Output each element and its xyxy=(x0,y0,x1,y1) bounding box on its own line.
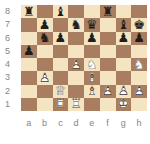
piece-white-rook: ♜♖ xyxy=(53,98,69,111)
file-label-d: d xyxy=(68,116,84,130)
piece-black-pawn: ♟ xyxy=(116,32,132,45)
piece-black-rook: ♜ xyxy=(21,5,37,18)
square-f4[interactable] xyxy=(100,58,116,71)
piece-white-rook: ♜♖ xyxy=(68,98,84,111)
square-g1[interactable]: ♚♔ xyxy=(116,98,132,111)
square-d1[interactable]: ♜♖ xyxy=(68,98,84,111)
square-g6[interactable]: ♟ xyxy=(116,32,132,45)
rank-label-1: 1 xyxy=(0,98,15,111)
square-d6[interactable] xyxy=(68,32,84,45)
piece-black-bishop: ♝ xyxy=(53,5,69,18)
square-g4[interactable] xyxy=(116,58,132,71)
square-a7[interactable] xyxy=(21,18,37,31)
rank-label-7: 7 xyxy=(0,18,15,31)
square-c6[interactable]: ♟ xyxy=(53,32,69,45)
chess-diagram: 87654321 ♜♝♜♟♞♛♝♚♞♟♟♟♟♟♟♙♞♘♞♘♟♙♝♗♛♕♝♗♟♙♟… xyxy=(0,0,150,144)
square-f6[interactable] xyxy=(100,32,116,45)
square-h6[interactable]: ♟ xyxy=(131,32,147,45)
chess-board[interactable]: ♜♝♜♟♞♛♝♚♞♟♟♟♟♟♟♙♞♘♞♘♟♙♝♗♛♕♝♗♟♙♟♙♟♙♜♖♜♖♚♔ xyxy=(21,5,147,111)
square-d4[interactable]: ♟♙ xyxy=(68,58,84,71)
file-labels: abcdefgh xyxy=(21,116,147,130)
square-a8[interactable]: ♜ xyxy=(21,5,37,18)
piece-black-knight: ♞ xyxy=(37,32,53,45)
square-d7[interactable]: ♞ xyxy=(68,18,84,31)
square-a2[interactable] xyxy=(21,85,37,98)
square-c5[interactable] xyxy=(53,45,69,58)
piece-white-bishop: ♝♗ xyxy=(84,85,100,98)
piece-white-knight: ♞♘ xyxy=(131,58,147,71)
square-h4[interactable]: ♞♘ xyxy=(131,58,147,71)
rank-labels: 87654321 xyxy=(0,5,15,111)
square-h1[interactable] xyxy=(131,98,147,111)
square-a5[interactable]: ♟ xyxy=(21,45,37,58)
square-d3[interactable] xyxy=(68,71,84,84)
piece-white-pawn: ♟♙ xyxy=(100,85,116,98)
piece-black-pawn: ♟ xyxy=(21,45,37,58)
rank-label-3: 3 xyxy=(0,71,15,84)
square-h2[interactable]: ♟♙ xyxy=(131,85,147,98)
square-a4[interactable] xyxy=(21,58,37,71)
file-label-h: h xyxy=(131,116,147,130)
square-a1[interactable] xyxy=(21,98,37,111)
square-b3[interactable]: ♟♙ xyxy=(37,71,53,84)
piece-white-king: ♚♔ xyxy=(116,98,132,111)
file-label-f: f xyxy=(100,116,116,130)
square-g5[interactable] xyxy=(116,45,132,58)
rank-label-4: 4 xyxy=(0,58,15,71)
piece-white-pawn: ♟♙ xyxy=(131,85,147,98)
square-e1[interactable] xyxy=(84,98,100,111)
piece-white-pawn: ♟♙ xyxy=(68,58,84,71)
square-e6[interactable]: ♟ xyxy=(84,32,100,45)
file-label-g: g xyxy=(116,116,132,130)
rank-label-8: 8 xyxy=(0,5,15,18)
square-b5[interactable] xyxy=(37,45,53,58)
square-c8[interactable]: ♝ xyxy=(53,5,69,18)
file-label-e: e xyxy=(84,116,100,130)
piece-black-pawn: ♟ xyxy=(53,32,69,45)
square-b6[interactable]: ♞ xyxy=(37,32,53,45)
square-f1[interactable] xyxy=(100,98,116,111)
square-f2[interactable]: ♟♙ xyxy=(100,85,116,98)
piece-black-pawn: ♟ xyxy=(84,32,100,45)
square-e2[interactable]: ♝♗ xyxy=(84,85,100,98)
piece-black-rook: ♜ xyxy=(100,5,116,18)
square-f7[interactable] xyxy=(100,18,116,31)
square-b1[interactable] xyxy=(37,98,53,111)
piece-black-knight: ♞ xyxy=(68,18,84,31)
rank-label-6: 6 xyxy=(0,32,15,45)
file-label-b: b xyxy=(37,116,53,130)
square-c1[interactable]: ♜♖ xyxy=(53,98,69,111)
square-c4[interactable] xyxy=(53,58,69,71)
file-label-c: c xyxy=(53,116,69,130)
file-label-a: a xyxy=(21,116,37,130)
rank-label-2: 2 xyxy=(0,85,15,98)
square-a3[interactable] xyxy=(21,71,37,84)
piece-black-pawn: ♟ xyxy=(131,32,147,45)
square-f8[interactable]: ♜ xyxy=(100,5,116,18)
square-b2[interactable] xyxy=(37,85,53,98)
piece-white-pawn: ♟♙ xyxy=(37,71,53,84)
square-f5[interactable] xyxy=(100,45,116,58)
rank-label-5: 5 xyxy=(0,45,15,58)
